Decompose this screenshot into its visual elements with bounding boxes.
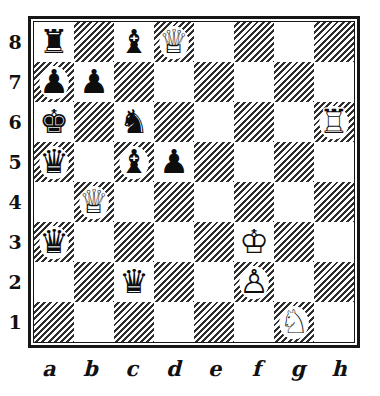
square-b6[interactable] xyxy=(74,102,114,142)
square-h7[interactable] xyxy=(314,62,354,102)
square-h3[interactable] xyxy=(314,222,354,262)
file-label-h: h xyxy=(319,356,361,388)
black-king-icon: ♚ xyxy=(34,102,74,142)
file-label-a: a xyxy=(28,356,70,388)
square-b8[interactable] xyxy=(74,22,114,62)
square-a6[interactable]: ♚ xyxy=(34,102,74,142)
rank-label-2: 2 xyxy=(2,262,28,302)
square-a1[interactable] xyxy=(34,302,74,342)
square-g8[interactable] xyxy=(274,22,314,62)
white-king-icon: ♔ xyxy=(234,222,274,262)
square-f4[interactable] xyxy=(234,182,274,222)
square-g6[interactable] xyxy=(274,102,314,142)
black-knight-icon: ♞ xyxy=(114,102,154,142)
white-queen-icon: ♕ xyxy=(154,22,194,62)
square-d7[interactable] xyxy=(154,62,194,102)
white-pawn-icon: ♙ xyxy=(234,262,274,302)
square-e2[interactable] xyxy=(194,262,234,302)
square-b1[interactable] xyxy=(74,302,114,342)
square-d8[interactable]: ♕ xyxy=(154,22,194,62)
rank-label-3: 3 xyxy=(2,222,28,262)
square-b4[interactable]: ♕ xyxy=(74,182,114,222)
square-e6[interactable] xyxy=(194,102,234,142)
square-c2[interactable]: ♛ xyxy=(114,262,154,302)
rank-labels: 87654321 xyxy=(2,16,28,348)
square-e5[interactable] xyxy=(194,142,234,182)
black-pawn-icon: ♟︎ xyxy=(74,62,114,102)
file-label-f: f xyxy=(236,356,278,388)
square-c6[interactable]: ♞ xyxy=(114,102,154,142)
square-a4[interactable] xyxy=(34,182,74,222)
chess-board-frame: ♜♝♕♟︎♟︎♚♞♖♛♝♟︎♕♛♔♛♙♘ xyxy=(28,16,360,348)
square-g7[interactable] xyxy=(274,62,314,102)
rank-label-4: 4 xyxy=(2,182,28,222)
square-h2[interactable] xyxy=(314,262,354,302)
square-f3[interactable]: ♔ xyxy=(234,222,274,262)
square-a2[interactable] xyxy=(34,262,74,302)
square-a5[interactable]: ♛ xyxy=(34,142,74,182)
file-labels: abcdefgh xyxy=(28,356,360,388)
black-bishop-icon: ♝ xyxy=(114,22,154,62)
black-queen-icon: ♛ xyxy=(34,222,74,262)
square-e8[interactable] xyxy=(194,22,234,62)
square-g5[interactable] xyxy=(274,142,314,182)
white-queen-icon: ♕ xyxy=(74,182,114,222)
square-b2[interactable] xyxy=(74,262,114,302)
square-e3[interactable] xyxy=(194,222,234,262)
square-e4[interactable] xyxy=(194,182,234,222)
square-h8[interactable] xyxy=(314,22,354,62)
square-f1[interactable] xyxy=(234,302,274,342)
black-pawn-icon: ♟︎ xyxy=(34,62,74,102)
black-queen-icon: ♛ xyxy=(34,142,74,182)
square-d2[interactable] xyxy=(154,262,194,302)
square-c4[interactable] xyxy=(114,182,154,222)
square-a3[interactable]: ♛ xyxy=(34,222,74,262)
file-label-d: d xyxy=(153,356,195,388)
square-a7[interactable]: ♟︎ xyxy=(34,62,74,102)
black-rook-icon: ♜ xyxy=(34,22,74,62)
file-label-g: g xyxy=(277,356,319,388)
square-g3[interactable] xyxy=(274,222,314,262)
square-f8[interactable] xyxy=(234,22,274,62)
square-f2[interactable]: ♙ xyxy=(234,262,274,302)
square-h4[interactable] xyxy=(314,182,354,222)
square-f6[interactable] xyxy=(234,102,274,142)
square-g2[interactable] xyxy=(274,262,314,302)
square-e1[interactable] xyxy=(194,302,234,342)
black-pawn-icon: ♟︎ xyxy=(154,142,194,182)
square-c5[interactable]: ♝ xyxy=(114,142,154,182)
rank-label-7: 7 xyxy=(2,62,28,102)
square-d5[interactable]: ♟︎ xyxy=(154,142,194,182)
square-c3[interactable] xyxy=(114,222,154,262)
rank-label-8: 8 xyxy=(2,22,28,62)
file-label-c: c xyxy=(111,356,153,388)
square-h1[interactable] xyxy=(314,302,354,342)
square-g1[interactable]: ♘ xyxy=(274,302,314,342)
chess-board: ♜♝♕♟︎♟︎♚♞♖♛♝♟︎♕♛♔♛♙♘ xyxy=(33,21,355,343)
black-queen-icon: ♛ xyxy=(114,262,154,302)
square-d6[interactable] xyxy=(154,102,194,142)
square-c7[interactable] xyxy=(114,62,154,102)
rank-label-1: 1 xyxy=(2,302,28,342)
square-b5[interactable] xyxy=(74,142,114,182)
square-h5[interactable] xyxy=(314,142,354,182)
square-a8[interactable]: ♜ xyxy=(34,22,74,62)
square-h6[interactable]: ♖ xyxy=(314,102,354,142)
file-label-e: e xyxy=(194,356,236,388)
chess-diagram: 87654321 ♜♝♕♟︎♟︎♚♞♖♛♝♟︎♕♛♔♛♙♘ abcdefgh xyxy=(0,0,380,388)
square-d4[interactable] xyxy=(154,182,194,222)
white-knight-icon: ♘ xyxy=(274,302,314,342)
white-rook-icon: ♖ xyxy=(314,102,354,142)
square-d3[interactable] xyxy=(154,222,194,262)
square-b3[interactable] xyxy=(74,222,114,262)
rank-label-5: 5 xyxy=(2,142,28,182)
square-d1[interactable] xyxy=(154,302,194,342)
square-c1[interactable] xyxy=(114,302,154,342)
square-f5[interactable] xyxy=(234,142,274,182)
black-bishop-icon: ♝ xyxy=(114,142,154,182)
square-f7[interactable] xyxy=(234,62,274,102)
rank-label-6: 6 xyxy=(2,102,28,142)
square-e7[interactable] xyxy=(194,62,234,102)
square-g4[interactable] xyxy=(274,182,314,222)
file-label-b: b xyxy=(70,356,112,388)
square-b7[interactable]: ♟︎ xyxy=(74,62,114,102)
square-c8[interactable]: ♝ xyxy=(114,22,154,62)
